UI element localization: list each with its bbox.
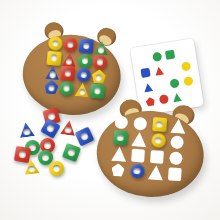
loose-pieces-area [0, 0, 220, 220]
piece-hole [42, 154, 49, 161]
piece-hole [44, 142, 51, 149]
piece-hole [80, 132, 89, 141]
piece-hole [46, 124, 55, 133]
loose-blue-square-piece[interactable] [75, 127, 95, 147]
toy-photo-scene [0, 0, 220, 220]
piece-hole [23, 128, 31, 136]
piece-hole [67, 148, 76, 157]
piece-hole [28, 165, 36, 173]
piece-hole [64, 126, 72, 134]
loose-red-square-piece[interactable] [14, 146, 31, 163]
loose-yellow-circle-piece[interactable] [49, 161, 64, 176]
piece-hole [19, 150, 27, 158]
loose-green-square-piece[interactable] [62, 143, 81, 162]
loose-blue-triangle-piece[interactable] [18, 121, 35, 138]
piece-hole [53, 165, 60, 172]
